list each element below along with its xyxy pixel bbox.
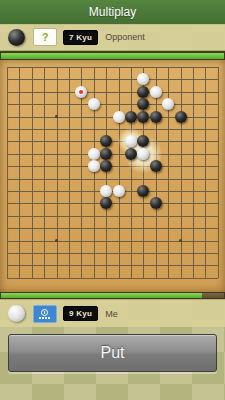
grid-line bbox=[7, 129, 218, 130]
grid-line bbox=[7, 67, 218, 68]
grid-line bbox=[57, 67, 58, 278]
opponent-name: Opponent bbox=[105, 32, 145, 42]
white-stone bbox=[162, 98, 174, 110]
black-stone bbox=[100, 197, 112, 209]
flag-laurel-glyph bbox=[39, 317, 50, 319]
white-stone bbox=[113, 185, 125, 197]
grid-line bbox=[7, 104, 218, 105]
opponent-avatar-unknown-icon: ? bbox=[33, 28, 57, 46]
me-name: Me bbox=[105, 309, 118, 319]
grid-line bbox=[205, 67, 206, 278]
opponent-timer-bar bbox=[0, 51, 225, 60]
grid-line bbox=[106, 67, 107, 278]
white-stone bbox=[150, 86, 162, 98]
grid-line bbox=[7, 203, 218, 204]
me-rank-badge: 9 Kyu bbox=[63, 306, 98, 321]
black-stone bbox=[137, 185, 149, 197]
me-stone-icon bbox=[8, 305, 25, 322]
white-stone bbox=[100, 185, 112, 197]
opponent-bar: ? 7 Kyu Opponent bbox=[0, 24, 225, 51]
grid-line bbox=[119, 67, 120, 278]
app-screen: Multiplay ? 7 Kyu Opponent 9 Kyu Me Put bbox=[0, 0, 225, 400]
white-stone bbox=[137, 73, 149, 85]
grid-line bbox=[7, 141, 218, 142]
black-stone bbox=[175, 111, 187, 123]
black-stone bbox=[100, 148, 112, 160]
grid-line bbox=[218, 67, 219, 278]
black-stone bbox=[125, 148, 137, 160]
black-stone bbox=[100, 160, 112, 172]
me-timer-bar bbox=[0, 292, 225, 299]
grid-line bbox=[69, 67, 70, 278]
star-point bbox=[55, 239, 58, 242]
grid-line bbox=[7, 67, 8, 278]
grid-line bbox=[7, 179, 218, 180]
grid-line bbox=[7, 79, 218, 80]
grid-line bbox=[19, 67, 20, 278]
grid-line bbox=[44, 67, 45, 278]
me-bar: 9 Kyu Me bbox=[0, 299, 225, 327]
grid-line bbox=[131, 67, 132, 278]
flag-globe-glyph bbox=[41, 309, 48, 316]
grid-line bbox=[7, 278, 218, 279]
grid-line bbox=[7, 228, 218, 229]
grid-line bbox=[7, 166, 218, 167]
last-move-marker bbox=[79, 90, 83, 94]
grid-line bbox=[7, 216, 218, 217]
white-stone bbox=[113, 111, 125, 123]
black-stone bbox=[137, 86, 149, 98]
star-point bbox=[55, 115, 58, 118]
opponent-rank-badge: 7 Kyu bbox=[63, 30, 98, 45]
title-bar: Multiplay bbox=[0, 0, 225, 25]
white-stone bbox=[88, 98, 100, 110]
star-point bbox=[179, 239, 182, 242]
white-stone bbox=[88, 160, 100, 172]
grid-line bbox=[32, 67, 33, 278]
black-stone bbox=[150, 111, 162, 123]
black-stone bbox=[137, 111, 149, 123]
page-title: Multiplay bbox=[89, 5, 136, 19]
opponent-timer-fill bbox=[1, 53, 224, 59]
opponent-stone-icon bbox=[8, 29, 25, 46]
un-flag-icon bbox=[33, 305, 57, 323]
black-stone bbox=[150, 197, 162, 209]
black-stone bbox=[100, 135, 112, 147]
me-timer-remainder bbox=[202, 293, 224, 298]
grid-line bbox=[156, 67, 157, 278]
put-button[interactable]: Put bbox=[8, 334, 217, 372]
board[interactable] bbox=[0, 60, 225, 294]
white-stone bbox=[75, 86, 87, 98]
black-stone bbox=[125, 111, 137, 123]
grid-line bbox=[81, 67, 82, 278]
black-stone bbox=[150, 160, 162, 172]
white-stone bbox=[88, 148, 100, 160]
grid-line bbox=[7, 92, 218, 93]
grid-line bbox=[7, 241, 218, 242]
grid-line bbox=[7, 253, 218, 254]
grid-line bbox=[193, 67, 194, 278]
grid-line bbox=[7, 154, 218, 155]
grid-line bbox=[7, 265, 218, 266]
me-timer-fill bbox=[1, 293, 202, 298]
black-stone bbox=[137, 98, 149, 110]
grid-line bbox=[181, 67, 182, 278]
